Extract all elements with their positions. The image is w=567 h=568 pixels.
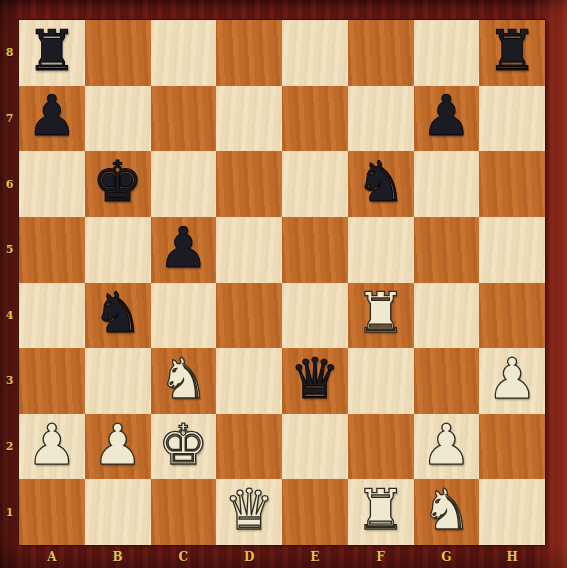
rank-label-1: 1 (0, 479, 19, 545)
chessboard-frame: ♜♜♟♟♚♞♟♞♜♞♛♟♟♟♚♟♛♜♞ 87654321 ABCDEFGH (0, 0, 567, 568)
square-f4[interactable]: ♜ (348, 283, 414, 349)
square-h5[interactable] (479, 217, 545, 283)
square-f7[interactable] (348, 86, 414, 152)
square-b5[interactable] (85, 217, 151, 283)
rank-label-4: 4 (0, 283, 19, 349)
piece-white-pawn-b2[interactable]: ♟ (93, 417, 143, 473)
piece-black-knight-f6[interactable]: ♞ (356, 154, 406, 210)
square-f3[interactable] (348, 348, 414, 414)
square-f2[interactable] (348, 414, 414, 480)
square-a5[interactable] (19, 217, 85, 283)
piece-black-knight-b4[interactable]: ♞ (93, 285, 143, 341)
square-b8[interactable] (85, 20, 151, 86)
chess-board: ♜♜♟♟♚♞♟♞♜♞♛♟♟♟♚♟♛♜♞ (19, 20, 545, 545)
square-e1[interactable] (282, 479, 348, 545)
rank-labels: 87654321 (0, 20, 19, 545)
file-label-b: B (85, 545, 151, 568)
piece-white-queen-d1[interactable]: ♛ (224, 482, 274, 538)
square-d7[interactable] (216, 86, 282, 152)
file-label-d: D (216, 545, 282, 568)
square-a6[interactable] (19, 151, 85, 217)
square-g5[interactable] (414, 217, 480, 283)
rank-label-5: 5 (0, 217, 19, 283)
square-c6[interactable] (151, 151, 217, 217)
rank-label-6: 6 (0, 151, 19, 217)
square-d3[interactable] (216, 348, 282, 414)
square-f5[interactable] (348, 217, 414, 283)
square-c3[interactable]: ♞ (151, 348, 217, 414)
square-h2[interactable] (479, 414, 545, 480)
piece-black-king-b6[interactable]: ♚ (93, 154, 143, 210)
piece-white-king-c2[interactable]: ♚ (158, 417, 208, 473)
rank-label-7: 7 (0, 86, 19, 152)
square-c7[interactable] (151, 86, 217, 152)
file-label-a: A (19, 545, 85, 568)
square-c1[interactable] (151, 479, 217, 545)
square-b3[interactable] (85, 348, 151, 414)
square-d8[interactable] (216, 20, 282, 86)
square-b4[interactable]: ♞ (85, 283, 151, 349)
square-g7[interactable]: ♟ (414, 86, 480, 152)
square-b7[interactable] (85, 86, 151, 152)
square-g6[interactable] (414, 151, 480, 217)
piece-white-pawn-h3[interactable]: ♟ (487, 351, 537, 407)
square-d4[interactable] (216, 283, 282, 349)
square-h1[interactable] (479, 479, 545, 545)
square-e2[interactable] (282, 414, 348, 480)
piece-black-rook-h8[interactable]: ♜ (487, 23, 537, 79)
square-a4[interactable] (19, 283, 85, 349)
piece-white-pawn-a2[interactable]: ♟ (27, 417, 77, 473)
piece-white-rook-f1[interactable]: ♜ (356, 482, 406, 538)
square-c5[interactable]: ♟ (151, 217, 217, 283)
file-labels: ABCDEFGH (19, 545, 545, 568)
file-label-e: E (282, 545, 348, 568)
square-g1[interactable]: ♞ (414, 479, 480, 545)
square-e6[interactable] (282, 151, 348, 217)
file-label-g: G (414, 545, 480, 568)
square-c8[interactable] (151, 20, 217, 86)
piece-black-pawn-a7[interactable]: ♟ (27, 88, 77, 144)
file-label-h: H (479, 545, 545, 568)
square-e7[interactable] (282, 86, 348, 152)
piece-black-pawn-c5[interactable]: ♟ (158, 220, 208, 276)
square-h7[interactable] (479, 86, 545, 152)
square-f6[interactable]: ♞ (348, 151, 414, 217)
square-a8[interactable]: ♜ (19, 20, 85, 86)
square-d2[interactable] (216, 414, 282, 480)
piece-white-rook-f4[interactable]: ♜ (356, 285, 406, 341)
piece-black-pawn-g7[interactable]: ♟ (421, 88, 471, 144)
square-e3[interactable]: ♛ (282, 348, 348, 414)
rank-label-2: 2 (0, 414, 19, 480)
piece-white-pawn-g2[interactable]: ♟ (421, 417, 471, 473)
square-a1[interactable] (19, 479, 85, 545)
square-h8[interactable]: ♜ (479, 20, 545, 86)
file-label-f: F (348, 545, 414, 568)
square-a7[interactable]: ♟ (19, 86, 85, 152)
square-g4[interactable] (414, 283, 480, 349)
square-e5[interactable] (282, 217, 348, 283)
rank-label-8: 8 (0, 20, 19, 86)
piece-black-rook-a8[interactable]: ♜ (27, 23, 77, 79)
square-g8[interactable] (414, 20, 480, 86)
square-g3[interactable] (414, 348, 480, 414)
piece-black-queen-e3[interactable]: ♛ (290, 351, 340, 407)
square-e8[interactable] (282, 20, 348, 86)
square-d1[interactable]: ♛ (216, 479, 282, 545)
square-b2[interactable]: ♟ (85, 414, 151, 480)
square-e4[interactable] (282, 283, 348, 349)
piece-white-knight-g1[interactable]: ♞ (421, 482, 471, 538)
rank-label-3: 3 (0, 348, 19, 414)
square-f1[interactable]: ♜ (348, 479, 414, 545)
square-h3[interactable]: ♟ (479, 348, 545, 414)
square-c2[interactable]: ♚ (151, 414, 217, 480)
square-h4[interactable] (479, 283, 545, 349)
square-d6[interactable] (216, 151, 282, 217)
square-b1[interactable] (85, 479, 151, 545)
square-b6[interactable]: ♚ (85, 151, 151, 217)
piece-white-knight-c3[interactable]: ♞ (158, 351, 208, 407)
square-c4[interactable] (151, 283, 217, 349)
file-label-c: C (151, 545, 217, 568)
square-a2[interactable]: ♟ (19, 414, 85, 480)
square-d5[interactable] (216, 217, 282, 283)
square-f8[interactable] (348, 20, 414, 86)
square-a3[interactable] (19, 348, 85, 414)
square-h6[interactable] (479, 151, 545, 217)
square-g2[interactable]: ♟ (414, 414, 480, 480)
